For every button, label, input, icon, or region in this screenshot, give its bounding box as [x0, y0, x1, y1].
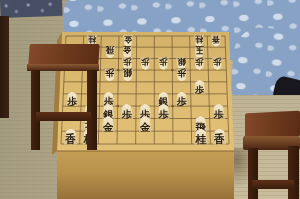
piece-kanji: 香: [65, 134, 76, 145]
piece-kanji: 飛: [106, 45, 114, 53]
board-front-face: [57, 151, 234, 199]
piece-kanji: 香: [212, 34, 220, 42]
piece-kanji: 金: [123, 45, 131, 53]
piece-kanji: 歩: [177, 68, 186, 77]
piece-kanji: 歩: [123, 57, 132, 66]
shogi-scene: 桂金桂香飛金玉歩歩歩歩銀歩歩歩歩銀歩歩歩歩銀歩歩銀歩歩歩歩玉金金飛香桂桂香角角: [0, 0, 300, 199]
piece-kanji: 歩: [158, 109, 168, 119]
piece-kanji: 金: [103, 122, 114, 133]
piece-kanji: 香: [214, 134, 225, 145]
piece-kanji: 銀: [177, 57, 186, 66]
piece-kanji: 歩: [213, 57, 222, 66]
piece-kanji: 歩: [195, 85, 204, 94]
piece-kanji: 歩: [159, 57, 168, 66]
piece-kanji: 歩: [214, 109, 224, 119]
piece-kanji: 金: [124, 34, 132, 42]
piece-kanji: 歩: [67, 97, 77, 107]
piece-kanji: 銀: [123, 68, 132, 77]
piece-kanji: 金: [140, 122, 151, 133]
piece-kanji: 歩: [122, 109, 132, 119]
piece-kanji: 歩: [141, 57, 150, 66]
piece-kanji: 桂: [195, 34, 203, 42]
piece-kanji: 桂: [88, 34, 96, 42]
piece-kanji: 歩: [105, 68, 114, 77]
piece-kanji: 歩: [195, 57, 204, 66]
piece-kanji: 歩: [177, 97, 187, 107]
piece-kanji: 桂: [195, 134, 206, 145]
piece-kanji: 玉: [195, 45, 203, 53]
